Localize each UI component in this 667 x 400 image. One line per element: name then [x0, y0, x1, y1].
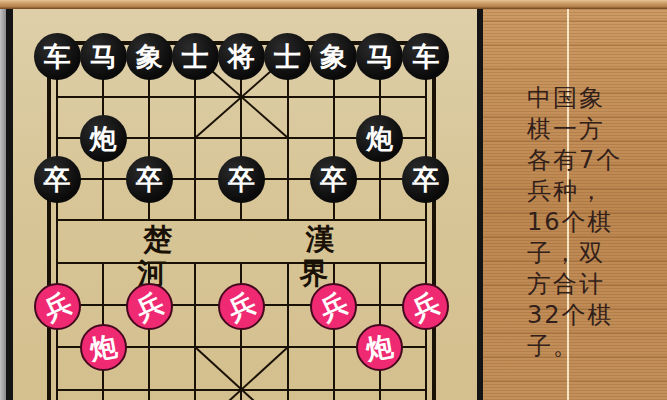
piece-glyph: 象 [320, 43, 347, 70]
pieces-grid: 车马象士将士象马车炮炮卒卒卒卒卒兵兵兵兵兵炮炮 [34, 35, 449, 400]
piece-black-soldier[interactable]: 卒 [310, 156, 357, 203]
piece-black-chariot[interactable]: 车 [34, 33, 81, 80]
piece-red-soldier[interactable]: 兵 [402, 283, 449, 330]
piece-glyph: 将 [228, 43, 255, 70]
caption-line: 16个棋 [527, 207, 622, 238]
piece-glyph: 士 [182, 43, 209, 70]
piece-black-elephant[interactable]: 象 [310, 33, 357, 80]
piece-black-soldier[interactable]: 卒 [218, 156, 265, 203]
piece-glyph: 卒 [136, 166, 163, 193]
wood-trim-top [0, 0, 667, 9]
piece-glyph: 车 [412, 43, 439, 70]
piece-black-soldier[interactable]: 卒 [402, 156, 449, 203]
piece-black-advisor[interactable]: 士 [264, 33, 311, 80]
piece-black-horse[interactable]: 马 [356, 33, 403, 80]
piece-red-cannon[interactable]: 炮 [356, 324, 403, 371]
piece-black-horse[interactable]: 马 [80, 33, 127, 80]
screenshot-stage: 楚 河 漢 界 车马象士将士象马车炮炮卒卒卒卒卒兵兵兵兵兵炮炮 中国象 棋一方 … [0, 0, 667, 400]
piece-black-soldier[interactable]: 卒 [126, 156, 173, 203]
caption-line: 32个棋 [527, 300, 622, 331]
caption-line: 中国象 [527, 83, 622, 114]
piece-red-soldier[interactable]: 兵 [126, 283, 173, 330]
piece-red-soldier[interactable]: 兵 [34, 283, 81, 330]
piece-black-cannon[interactable]: 炮 [80, 115, 127, 162]
piece-glyph: 卒 [44, 166, 71, 193]
piece-black-general[interactable]: 将 [218, 33, 265, 80]
caption-line: 兵种， [527, 176, 622, 207]
piece-glyph: 炮 [366, 125, 393, 152]
piece-black-chariot[interactable]: 车 [402, 33, 449, 80]
piece-glyph: 士 [274, 43, 301, 70]
piece-glyph: 炮 [364, 332, 395, 363]
caption-line: 方合计 [527, 269, 622, 300]
piece-glyph: 炮 [88, 332, 119, 363]
piece-glyph: 兵 [316, 288, 352, 324]
piece-black-elephant[interactable]: 象 [126, 33, 173, 80]
piece-glyph: 兵 [39, 288, 75, 324]
piece-glyph: 马 [90, 43, 117, 70]
piece-glyph: 兵 [131, 288, 167, 324]
wood-background-panel: 中国象 棋一方 各有7个 兵种， 16个棋 子，双 方合计 32个棋 子。 [483, 9, 667, 400]
piece-glyph: 兵 [408, 288, 444, 324]
piece-black-soldier[interactable]: 卒 [34, 156, 81, 203]
piece-glyph: 兵 [223, 288, 259, 324]
piece-glyph: 象 [136, 43, 163, 70]
piece-glyph: 炮 [90, 125, 117, 152]
caption-text: 中国象 棋一方 各有7个 兵种， 16个棋 子，双 方合计 32个棋 子。 [527, 83, 622, 362]
piece-red-soldier[interactable]: 兵 [218, 283, 265, 330]
piece-glyph: 卒 [412, 166, 439, 193]
piece-red-soldier[interactable]: 兵 [310, 283, 357, 330]
caption-line: 各有7个 [527, 145, 622, 176]
piece-red-cannon[interactable]: 炮 [80, 324, 127, 371]
caption-line: 棋一方 [527, 114, 622, 145]
piece-glyph: 卒 [228, 166, 255, 193]
piece-glyph: 马 [366, 43, 393, 70]
piece-glyph: 卒 [320, 166, 347, 193]
piece-black-cannon[interactable]: 炮 [356, 115, 403, 162]
piece-glyph: 车 [44, 43, 71, 70]
caption-line: 子。 [527, 331, 622, 362]
piece-black-advisor[interactable]: 士 [172, 33, 219, 80]
caption-line: 子，双 [527, 238, 622, 269]
